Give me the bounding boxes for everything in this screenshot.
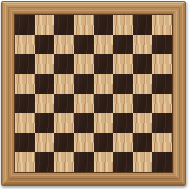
- square-r4c1-light[interactable]: [15, 74, 35, 94]
- square-r7c2-light[interactable]: [35, 133, 55, 153]
- square-r1c7-dark[interactable]: [133, 15, 153, 35]
- square-r4c6-dark[interactable]: [113, 74, 133, 94]
- square-r2c6-dark[interactable]: [113, 35, 133, 55]
- square-r5c5-dark[interactable]: [94, 94, 114, 114]
- square-r7c5-dark[interactable]: [94, 133, 114, 153]
- board-frame-bottom-rail: [2, 173, 185, 185]
- square-r4c2-dark[interactable]: [35, 74, 55, 94]
- square-r1c3-dark[interactable]: [54, 15, 74, 35]
- board-frame-right-rail: [173, 2, 185, 185]
- square-r7c4-light[interactable]: [74, 133, 94, 153]
- square-r4c3-light[interactable]: [54, 74, 74, 94]
- photo-background: [0, 0, 189, 189]
- square-r6c7-light[interactable]: [133, 113, 153, 133]
- board-frame-top-rail: [2, 2, 185, 14]
- square-r6c5-light[interactable]: [94, 113, 114, 133]
- square-r1c8-light[interactable]: [152, 15, 172, 35]
- square-r3c3-dark[interactable]: [54, 54, 74, 74]
- square-r8c8-dark[interactable]: [152, 152, 172, 172]
- square-r7c8-light[interactable]: [152, 133, 172, 153]
- square-r6c2-dark[interactable]: [35, 113, 55, 133]
- square-r3c7-dark[interactable]: [133, 54, 153, 74]
- square-r4c8-dark[interactable]: [152, 74, 172, 94]
- square-r5c8-light[interactable]: [152, 94, 172, 114]
- square-r3c5-dark[interactable]: [94, 54, 114, 74]
- square-r8c4-dark[interactable]: [74, 152, 94, 172]
- square-r6c3-light[interactable]: [54, 113, 74, 133]
- square-r1c2-light[interactable]: [35, 15, 55, 35]
- square-r1c5-dark[interactable]: [94, 15, 114, 35]
- square-r6c1-light[interactable]: [15, 113, 35, 133]
- square-r6c4-dark[interactable]: [74, 113, 94, 133]
- checkers-board: [1, 1, 186, 186]
- square-r2c8-dark[interactable]: [152, 35, 172, 55]
- square-r5c2-light[interactable]: [35, 94, 55, 114]
- square-r2c2-dark[interactable]: [35, 35, 55, 55]
- square-r7c1-dark[interactable]: [15, 133, 35, 153]
- square-r1c1-dark[interactable]: [15, 15, 35, 35]
- square-r3c6-light[interactable]: [113, 54, 133, 74]
- square-r5c3-dark[interactable]: [54, 94, 74, 114]
- square-r7c7-dark[interactable]: [133, 133, 153, 153]
- square-r7c3-dark[interactable]: [54, 133, 74, 153]
- square-r4c4-dark[interactable]: [74, 74, 94, 94]
- square-r3c8-light[interactable]: [152, 54, 172, 74]
- square-r5c1-dark[interactable]: [15, 94, 35, 114]
- square-r3c4-light[interactable]: [74, 54, 94, 74]
- square-r1c6-light[interactable]: [113, 15, 133, 35]
- square-r4c7-light[interactable]: [133, 74, 153, 94]
- square-r2c4-dark[interactable]: [74, 35, 94, 55]
- square-r1c4-light[interactable]: [74, 15, 94, 35]
- square-r3c1-dark[interactable]: [15, 54, 35, 74]
- board-frame-left-rail: [2, 2, 14, 185]
- square-r5c7-dark[interactable]: [133, 94, 153, 114]
- square-r5c4-light[interactable]: [74, 94, 94, 114]
- square-r2c5-light[interactable]: [94, 35, 114, 55]
- square-r6c8-dark[interactable]: [152, 113, 172, 133]
- square-r5c6-light[interactable]: [113, 94, 133, 114]
- square-r6c6-dark[interactable]: [113, 113, 133, 133]
- board-grid: [14, 14, 173, 173]
- square-r2c7-light[interactable]: [133, 35, 153, 55]
- square-r8c6-dark[interactable]: [113, 152, 133, 172]
- square-r7c6-light[interactable]: [113, 133, 133, 153]
- square-r4c5-light[interactable]: [94, 74, 114, 94]
- square-r8c5-light[interactable]: [94, 152, 114, 172]
- square-r8c3-light[interactable]: [54, 152, 74, 172]
- square-r8c7-light[interactable]: [133, 152, 153, 172]
- square-r8c2-dark[interactable]: [35, 152, 55, 172]
- square-r2c3-light[interactable]: [54, 35, 74, 55]
- square-r3c2-light[interactable]: [35, 54, 55, 74]
- square-r2c1-light[interactable]: [15, 35, 35, 55]
- square-r8c1-light[interactable]: [15, 152, 35, 172]
